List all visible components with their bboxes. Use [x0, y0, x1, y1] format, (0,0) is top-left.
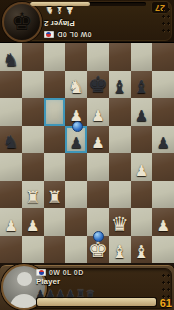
south-korea-flag-icon: [44, 31, 54, 38]
captured-black-rook-icon: ♜: [76, 289, 85, 299]
square-f6[interactable]: [109, 98, 131, 126]
piece-white-pawn: ♟: [152, 219, 174, 234]
square-d8[interactable]: [65, 43, 87, 71]
captured-white-knight-icon: ♞: [45, 5, 54, 15]
piece-white-pawn: ♟: [87, 136, 109, 151]
square-h4[interactable]: [152, 153, 174, 181]
piece-white-bishop: ♝: [109, 243, 131, 261]
person-icon: [17, 272, 32, 286]
square-f8[interactable]: [109, 43, 131, 71]
square-b5[interactable]: [22, 126, 44, 154]
square-f1[interactable]: ♝: [109, 236, 131, 264]
captured-black-queen-icon: ♛: [86, 289, 95, 299]
square-a3[interactable]: [0, 181, 22, 209]
square-a6[interactable]: [0, 98, 22, 126]
piece-white-pawn: ♟: [131, 164, 153, 179]
square-a7[interactable]: [0, 71, 22, 99]
square-h6[interactable]: [152, 98, 174, 126]
piece-white-pawn: ♟: [0, 219, 22, 234]
square-a8[interactable]: ♞: [0, 43, 22, 71]
square-d1[interactable]: [65, 236, 87, 264]
square-c7[interactable]: [44, 71, 66, 99]
person-body-icon: [10, 294, 38, 310]
square-g4[interactable]: ♟: [131, 153, 153, 181]
player-timer: 61: [160, 298, 172, 309]
chess-app: ♚ 27 0W 0L 0D Player 2 ♟♝♞ ♞♞♚♝♝♟♟♟♞♟♟♟♟…: [0, 0, 174, 310]
player-time-fill: [37, 298, 156, 306]
square-e8[interactable]: [87, 43, 109, 71]
piece-black-knight: ♞: [0, 51, 22, 69]
opponent-record-row: 0W 0L 0D: [44, 31, 92, 38]
square-e4[interactable]: [87, 153, 109, 181]
square-h3[interactable]: [152, 181, 174, 209]
piece-black-bishop: ♝: [131, 78, 153, 96]
piece-white-bishop: ♝: [131, 243, 153, 261]
player-name: Player: [36, 278, 60, 286]
piece-white-king: ♚: [87, 239, 109, 261]
player-record-row: 0W 0L 0D: [36, 269, 84, 276]
piece-black-pawn: ♟: [65, 136, 87, 151]
piece-black-bishop: ♝: [109, 78, 131, 96]
piece-black-pawn: ♟: [152, 136, 174, 151]
square-f5[interactable]: [109, 126, 131, 154]
square-b2[interactable]: ♟: [22, 208, 44, 236]
square-f7[interactable]: ♝: [109, 71, 131, 99]
player-captured-tray: ♟♟♟♟♜♛: [36, 288, 96, 299]
square-a1[interactable]: [0, 236, 22, 264]
square-c6[interactable]: [44, 98, 66, 126]
piece-white-rook: ♜: [44, 189, 66, 206]
square-c4[interactable]: [44, 153, 66, 181]
piece-white-pawn: ♟: [22, 219, 44, 234]
player-record: 0W 0L 0D: [49, 269, 84, 276]
blue-move-marker: [72, 121, 83, 132]
square-e3[interactable]: [87, 181, 109, 209]
south-korea-flag-icon: [36, 269, 46, 276]
piece-white-queen: ♛: [109, 214, 131, 234]
square-f3[interactable]: [109, 181, 131, 209]
taeguk-icon: [47, 32, 52, 37]
square-a4[interactable]: [0, 153, 22, 181]
square-d4[interactable]: [65, 153, 87, 181]
square-b4[interactable]: [22, 153, 44, 181]
square-a5[interactable]: ♞: [0, 126, 22, 154]
blue-move-marker: [93, 231, 104, 242]
captured-white-bishop-icon: ♝: [55, 5, 64, 15]
opponent-info: 0W 0L 0D Player 2 ♟♝♞: [44, 5, 158, 38]
captured-black-pawn-icon: ♟: [66, 289, 75, 299]
square-g3[interactable]: [131, 181, 153, 209]
square-g6[interactable]: ♟: [131, 98, 153, 126]
square-c1[interactable]: [44, 236, 66, 264]
square-c5[interactable]: [44, 126, 66, 154]
captured-black-pawn-icon: ♟: [36, 289, 45, 299]
square-b6[interactable]: [22, 98, 44, 126]
square-g7[interactable]: ♝: [131, 71, 153, 99]
opponent-avatar[interactable]: ♚: [2, 2, 42, 42]
square-b1[interactable]: [22, 236, 44, 264]
opponent-record: 0W 0L 0D: [57, 31, 92, 38]
square-h8[interactable]: [152, 43, 174, 71]
piece-black-king: ♚: [87, 74, 109, 96]
piece-black-pawn: ♟: [131, 109, 153, 124]
square-d2[interactable]: [65, 208, 87, 236]
square-h1[interactable]: [152, 236, 174, 264]
square-b3[interactable]: ♜: [22, 181, 44, 209]
opponent-captured-tray: ♟♝♞: [44, 5, 74, 16]
square-e6[interactable]: ♟: [87, 98, 109, 126]
square-g5[interactable]: [131, 126, 153, 154]
square-h2[interactable]: ♟: [152, 208, 174, 236]
square-h7[interactable]: [152, 71, 174, 99]
square-c2[interactable]: [44, 208, 66, 236]
square-g2[interactable]: [131, 208, 153, 236]
captured-black-pawn-icon: ♟: [46, 289, 55, 299]
square-g1[interactable]: ♝: [131, 236, 153, 264]
opponent-bar: ♚ 27 0W 0L 0D Player 2 ♟♝♞: [0, 0, 174, 43]
square-a2[interactable]: ♟: [0, 208, 22, 236]
square-d5[interactable]: ♟: [65, 126, 87, 154]
chess-board: ♞♞♚♝♝♟♟♟♞♟♟♟♟♜♜♟♟♛♟♚♝♝: [0, 43, 174, 263]
black-king-avatar-icon: ♚: [11, 10, 33, 34]
square-f4[interactable]: [109, 153, 131, 181]
piece-white-rook: ♜: [22, 189, 44, 206]
square-c3[interactable]: ♜: [44, 181, 66, 209]
square-e7[interactable]: ♚: [87, 71, 109, 99]
square-g8[interactable]: [131, 43, 153, 71]
square-h5[interactable]: ♟: [152, 126, 174, 154]
square-b8[interactable]: [22, 43, 44, 71]
piece-white-pawn: ♟: [87, 109, 109, 124]
square-f2[interactable]: ♛: [109, 208, 131, 236]
player-info: 0W 0L 0D Player ♟♟♟♟♜♛: [36, 269, 158, 299]
square-d3[interactable]: [65, 181, 87, 209]
piece-black-knight: ♞: [0, 133, 22, 151]
player-bar: 0W 0L 0D Player ♟♟♟♟♜♛ 61: [0, 265, 174, 310]
square-b7[interactable]: [22, 71, 44, 99]
square-e5[interactable]: ♟: [87, 126, 109, 154]
opponent-name: Player 2: [44, 20, 75, 28]
captured-white-pawn-icon: ♟: [65, 5, 74, 15]
rivets-decoration: [161, 6, 172, 36]
taeguk-icon: [39, 270, 44, 275]
piece-white-knight: ♞: [65, 78, 87, 96]
captured-black-pawn-icon: ♟: [56, 289, 65, 299]
square-d7[interactable]: ♞: [65, 71, 87, 99]
square-e1[interactable]: ♚: [87, 236, 109, 264]
square-c8[interactable]: [44, 43, 66, 71]
